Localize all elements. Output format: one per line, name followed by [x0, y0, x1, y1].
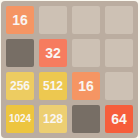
empty-cell	[72, 39, 100, 67]
2048-board[interactable]: 163225651216102412864	[1, 1, 138, 138]
2048-page: 163225651216102412864	[0, 0, 140, 140]
tile-512: 512	[39, 72, 67, 100]
tile-128: 128	[39, 105, 67, 133]
blocked-tile	[72, 105, 100, 133]
tile-16: 16	[6, 6, 34, 34]
tile-32: 32	[39, 39, 67, 67]
tile-16: 16	[72, 72, 100, 100]
tile-256: 256	[6, 72, 34, 100]
empty-cell	[105, 39, 133, 67]
empty-cell	[72, 6, 100, 34]
blocked-tile	[6, 39, 34, 67]
empty-cell	[105, 72, 133, 100]
tile-64: 64	[105, 105, 133, 133]
tile-1024: 1024	[6, 105, 34, 133]
empty-cell	[105, 6, 133, 34]
empty-cell	[39, 6, 67, 34]
